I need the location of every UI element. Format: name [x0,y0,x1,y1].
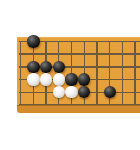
black-stone[interactable] [65,73,77,85]
white-stone[interactable] [27,73,39,85]
white-stone[interactable] [65,86,77,98]
white-stone[interactable] [40,73,52,85]
black-stone[interactable] [40,61,52,73]
grid-line-vertical [122,41,123,106]
white-stone[interactable] [53,86,65,98]
go-board[interactable] [17,37,140,105]
black-stone[interactable] [78,73,90,85]
go-diagram [0,0,140,150]
grid-line-horizontal [19,53,140,54]
grid-line-vertical [96,41,97,106]
white-stone[interactable] [53,73,65,85]
black-stone[interactable] [27,35,39,47]
black-stone[interactable] [104,86,116,98]
board-edge [17,105,140,113]
black-stone[interactable] [53,61,65,73]
grid-line-vertical [134,41,135,106]
black-stone[interactable] [78,86,90,98]
black-stone[interactable] [27,61,39,73]
grid-line-vertical [20,41,21,106]
